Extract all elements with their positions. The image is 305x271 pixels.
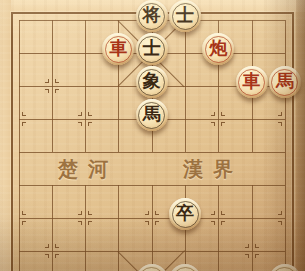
xiangqi-board[interactable]: 楚河 漢界 将士車士炮象車馬馬卒	[0, 0, 305, 271]
river-label-hanjie: 漢界	[183, 157, 243, 181]
piece-red-chariot[interactable]: 車	[236, 66, 268, 98]
piece-character: 馬	[276, 72, 294, 90]
piece-black-horse[interactable]: 馬	[136, 99, 168, 131]
piece-character: 士	[176, 6, 194, 24]
piece-black-soldier[interactable]: 卒	[169, 198, 201, 230]
piece-character: 車	[243, 72, 261, 90]
piece-character: 卒	[176, 204, 194, 222]
piece-character: 士	[143, 39, 161, 57]
river-label-chuhe: 楚河	[58, 157, 118, 181]
board-frame-right-shadow	[296, 0, 305, 271]
piece-character: 将	[143, 6, 161, 24]
piece-black-advisor[interactable]: 士	[136, 33, 168, 65]
piece-character: 車	[109, 39, 127, 57]
piece-character: 炮	[209, 39, 227, 57]
piece-character: 馬	[143, 105, 161, 123]
board-frame-left-edge	[0, 0, 11, 271]
piece-character: 象	[143, 72, 161, 90]
piece-black-elephant[interactable]: 象	[136, 66, 168, 98]
piece-black-advisor[interactable]: 士	[169, 0, 201, 32]
piece-black-general[interactable]: 将	[136, 0, 168, 32]
